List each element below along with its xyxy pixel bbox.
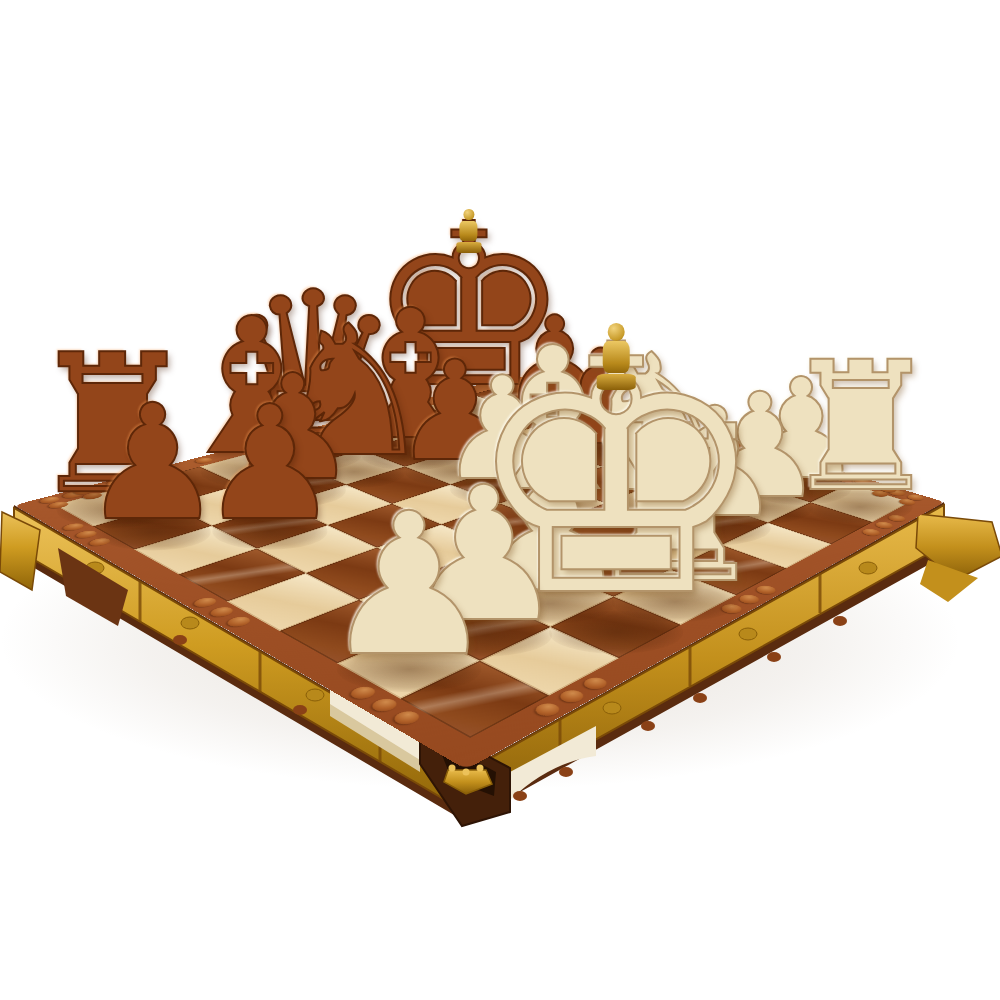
lego-stud xyxy=(73,529,100,539)
lego-stud xyxy=(390,709,424,727)
lego-stud xyxy=(580,675,611,691)
lego-stud xyxy=(368,696,402,713)
lego-stud xyxy=(86,537,113,547)
lego-stud xyxy=(873,521,896,530)
lego-stud xyxy=(753,584,779,596)
lego-stud xyxy=(736,593,763,605)
lego-chess-set-photo: ♜♟♟♝♟♛♞♝♟♚♟♟♟♟♟♚♜♟♝♟♞♟♟♜ xyxy=(0,0,1000,1000)
lego-stud xyxy=(556,688,588,705)
lego-stud xyxy=(718,602,745,615)
lego-stud xyxy=(860,528,883,538)
lego-stud xyxy=(224,615,254,629)
lego-stud xyxy=(346,684,379,701)
lego-stud xyxy=(207,605,237,618)
lego-stud xyxy=(531,701,564,718)
lego-stud xyxy=(190,596,220,609)
lego-stud xyxy=(886,514,908,523)
